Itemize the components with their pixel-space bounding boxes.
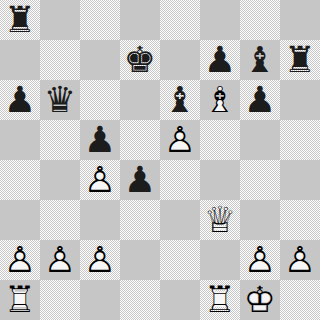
white-bishop-icon: ♗ [204,82,236,118]
square-e8[interactable] [160,0,200,40]
square-h5[interactable] [280,120,320,160]
piece-white-pawn[interactable]: ♟♙ [80,160,120,200]
square-f4[interactable] [200,160,240,200]
square-g5[interactable] [240,120,280,160]
white-pawn-icon: ♙ [244,242,276,278]
square-e6[interactable]: ♝ [160,80,200,120]
white-pawn-icon: ♙ [4,242,36,278]
piece-black-rook[interactable]: ♜ [280,40,320,80]
white-pawn-icon: ♙ [44,242,76,278]
square-e5[interactable]: ♟♙ [160,120,200,160]
square-a7[interactable] [0,40,40,80]
piece-white-pawn[interactable]: ♟♙ [160,120,200,160]
white-pawn-icon: ♙ [284,242,316,278]
square-g7[interactable]: ♝ [240,40,280,80]
square-e7[interactable] [160,40,200,80]
square-f5[interactable] [200,120,240,160]
square-h4[interactable] [280,160,320,200]
square-f3[interactable]: ♛♕ [200,200,240,240]
piece-black-pawn[interactable]: ♟ [80,120,120,160]
white-rook-icon: ♖ [4,282,36,318]
square-b3[interactable] [40,200,80,240]
piece-white-pawn[interactable]: ♟♙ [40,240,80,280]
square-c5[interactable]: ♟ [80,120,120,160]
square-c8[interactable] [80,0,120,40]
square-e4[interactable] [160,160,200,200]
piece-black-pawn[interactable]: ♟ [0,80,40,120]
square-b7[interactable] [40,40,80,80]
square-h2[interactable]: ♟♙ [280,240,320,280]
square-d8[interactable] [120,0,160,40]
square-e3[interactable] [160,200,200,240]
square-g8[interactable] [240,0,280,40]
square-e1[interactable] [160,280,200,320]
square-a4[interactable] [0,160,40,200]
square-d5[interactable] [120,120,160,160]
piece-white-pawn[interactable]: ♟♙ [0,240,40,280]
white-pawn-icon: ♙ [164,122,196,158]
square-a3[interactable] [0,200,40,240]
square-b2[interactable]: ♟♙ [40,240,80,280]
chess-board: ♜♚♟♝♜♟♛♝♝♗♟♟♟♙♟♙♟♛♕♟♙♟♙♟♙♟♙♟♙♜♖♜♖♚♔ [0,0,320,320]
piece-black-pawn[interactable]: ♟ [240,80,280,120]
square-f2[interactable] [200,240,240,280]
square-c1[interactable] [80,280,120,320]
piece-black-pawn[interactable]: ♟ [120,160,160,200]
square-b6[interactable]: ♛ [40,80,80,120]
square-b4[interactable] [40,160,80,200]
square-d3[interactable] [120,200,160,240]
square-b5[interactable] [40,120,80,160]
piece-black-king[interactable]: ♚ [120,40,160,80]
square-a5[interactable] [0,120,40,160]
piece-black-bishop[interactable]: ♝ [160,80,200,120]
piece-black-rook[interactable]: ♜ [0,0,40,40]
square-d4[interactable]: ♟ [120,160,160,200]
square-f7[interactable]: ♟ [200,40,240,80]
piece-white-pawn[interactable]: ♟♙ [240,240,280,280]
square-b8[interactable] [40,0,80,40]
square-b1[interactable] [40,280,80,320]
square-c6[interactable] [80,80,120,120]
square-d1[interactable] [120,280,160,320]
piece-black-bishop[interactable]: ♝ [240,40,280,80]
piece-white-rook[interactable]: ♜♖ [200,280,240,320]
chess-diagram: ♜♚♟♝♜♟♛♝♝♗♟♟♟♙♟♙♟♛♕♟♙♟♙♟♙♟♙♟♙♜♖♜♖♚♔ [0,0,320,320]
square-g1[interactable]: ♚♔ [240,280,280,320]
square-g3[interactable] [240,200,280,240]
square-g4[interactable] [240,160,280,200]
square-a2[interactable]: ♟♙ [0,240,40,280]
square-f8[interactable] [200,0,240,40]
white-pawn-icon: ♙ [84,242,116,278]
piece-white-pawn[interactable]: ♟♙ [80,240,120,280]
square-g2[interactable]: ♟♙ [240,240,280,280]
square-a6[interactable]: ♟ [0,80,40,120]
piece-white-rook[interactable]: ♜♖ [0,280,40,320]
white-queen-icon: ♕ [204,202,236,238]
square-g6[interactable]: ♟ [240,80,280,120]
piece-white-pawn[interactable]: ♟♙ [280,240,320,280]
square-h3[interactable] [280,200,320,240]
square-c2[interactable]: ♟♙ [80,240,120,280]
square-h7[interactable]: ♜ [280,40,320,80]
white-king-icon: ♔ [244,282,276,318]
square-a8[interactable]: ♜ [0,0,40,40]
piece-white-bishop[interactable]: ♝♗ [200,80,240,120]
square-f6[interactable]: ♝♗ [200,80,240,120]
square-c4[interactable]: ♟♙ [80,160,120,200]
square-d7[interactable]: ♚ [120,40,160,80]
white-rook-icon: ♖ [204,282,236,318]
white-pawn-icon: ♙ [84,162,116,198]
square-h1[interactable] [280,280,320,320]
square-f1[interactable]: ♜♖ [200,280,240,320]
square-c3[interactable] [80,200,120,240]
square-d6[interactable] [120,80,160,120]
square-e2[interactable] [160,240,200,280]
piece-black-queen[interactable]: ♛ [40,80,80,120]
square-c7[interactable] [80,40,120,80]
square-h8[interactable] [280,0,320,40]
square-a1[interactable]: ♜♖ [0,280,40,320]
square-h6[interactable] [280,80,320,120]
piece-white-queen[interactable]: ♛♕ [200,200,240,240]
piece-white-king[interactable]: ♚♔ [240,280,280,320]
square-d2[interactable] [120,240,160,280]
piece-black-pawn[interactable]: ♟ [200,40,240,80]
